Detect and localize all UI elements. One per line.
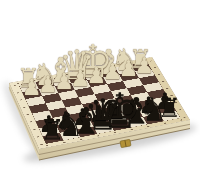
screw-dot	[113, 65, 116, 66]
brass-clasp	[120, 139, 131, 147]
screw-dot	[65, 74, 68, 75]
screw-dot	[49, 77, 52, 78]
screw-dot	[30, 121, 33, 122]
screw-dot	[46, 145, 49, 146]
screw-dot	[183, 116, 186, 117]
screw-dot	[97, 135, 100, 136]
screw-dot	[23, 106, 26, 107]
screw-dot	[166, 88, 169, 89]
screw-dot	[163, 122, 166, 123]
screw-dot	[97, 68, 100, 69]
chess-set-photo: ♜♞♝♛♚♝♞♜♟♟♟♟♟♟♟♟♟♟♟♟♟♟♟♟♜♞♝♛♚♝♞♜	[0, 0, 200, 173]
screw-dot	[154, 67, 157, 68]
square	[159, 111, 180, 122]
screw-dot	[20, 99, 23, 100]
screw-dot	[162, 81, 165, 82]
screw-dot	[63, 142, 66, 143]
screw-dot	[113, 132, 116, 133]
screw-dot	[130, 129, 133, 130]
screw-dot	[40, 144, 43, 145]
screw-dot	[129, 62, 132, 63]
screw-dot	[80, 138, 83, 139]
screw-dot	[81, 71, 84, 72]
screw-dot	[179, 109, 182, 110]
screw-dot	[180, 119, 183, 120]
screw-dot	[17, 92, 20, 93]
screw-dot	[33, 129, 36, 130]
screw-dot	[150, 60, 153, 61]
screw-dot	[170, 95, 173, 96]
screw-dot	[33, 80, 36, 81]
screw-dot	[174, 102, 177, 103]
screw-dot	[13, 85, 16, 86]
screw-dot	[26, 114, 29, 115]
screw-dot	[147, 126, 150, 127]
screw-dot	[37, 136, 40, 137]
screw-dot	[17, 83, 20, 84]
screw-dot	[158, 74, 161, 75]
screw-dot	[144, 59, 147, 60]
